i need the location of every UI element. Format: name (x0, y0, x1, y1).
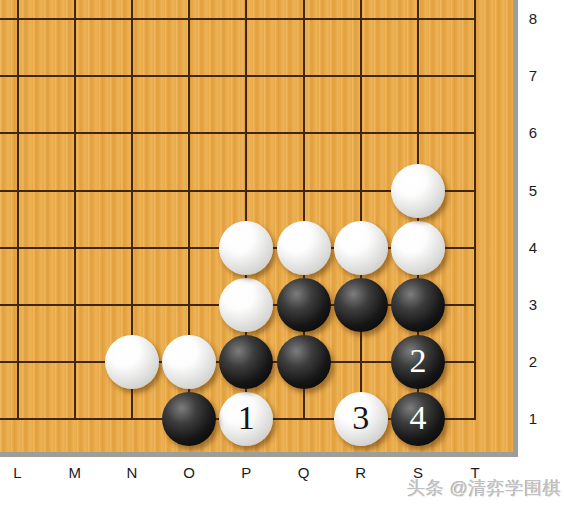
go-board: 1342 (0, 0, 513, 452)
move-number-label: 2 (409, 344, 426, 378)
stone-black-r3 (334, 278, 388, 332)
col-label-o: O (177, 464, 201, 481)
row-label-5: 5 (521, 182, 545, 199)
move-number-label: 1 (238, 401, 255, 435)
col-label-n: N (120, 464, 144, 481)
watermark-text: 头条 @清弈学围棋 (407, 476, 561, 500)
col-label-m: M (63, 464, 87, 481)
row-label-1: 1 (521, 410, 545, 427)
grid-vline-R (360, 0, 362, 420)
row-label-2: 2 (521, 353, 545, 370)
stone-black-q3 (277, 278, 331, 332)
stone-white-n2 (105, 335, 159, 389)
stone-white-s4 (391, 221, 445, 275)
col-label-r: R (349, 464, 373, 481)
stone-white-s5 (391, 164, 445, 218)
col-label-q: Q (292, 464, 316, 481)
stone-white-q4 (277, 221, 331, 275)
stone-white-p3 (219, 278, 273, 332)
col-label-l: L (6, 464, 30, 481)
board-edge-bottom (0, 452, 518, 457)
grid-hline-6 (0, 132, 476, 134)
stone-black-o1 (162, 392, 216, 446)
move-number-label: 3 (352, 401, 369, 435)
col-label-p: P (234, 464, 258, 481)
row-label-7: 7 (521, 67, 545, 84)
stone-white-r4 (334, 221, 388, 275)
row-label-3: 3 (521, 296, 545, 313)
grid-vline-T (474, 0, 476, 420)
stone-black-s3 (391, 278, 445, 332)
stone-black-p2 (219, 335, 273, 389)
stone-black-s2-move-2: 2 (391, 335, 445, 389)
grid-hline-8 (0, 18, 476, 20)
board-edge-right (513, 0, 518, 457)
row-label-6: 6 (521, 124, 545, 141)
stone-black-s1-move-4: 4 (391, 392, 445, 446)
move-number-label: 4 (409, 401, 426, 435)
grid-vline-M (74, 0, 76, 420)
stone-white-p4 (219, 221, 273, 275)
stone-black-q2 (277, 335, 331, 389)
stone-white-r1-move-3: 3 (334, 392, 388, 446)
stone-white-p1-move-1: 1 (219, 392, 273, 446)
row-label-4: 4 (521, 239, 545, 256)
grid-hline-7 (0, 75, 476, 77)
stone-white-o2 (162, 335, 216, 389)
go-diagram: 1342 LMNOPQRST87654321 头条 @清弈学围棋 (0, 0, 564, 507)
row-label-8: 8 (521, 10, 545, 27)
grid-vline-L (17, 0, 19, 420)
